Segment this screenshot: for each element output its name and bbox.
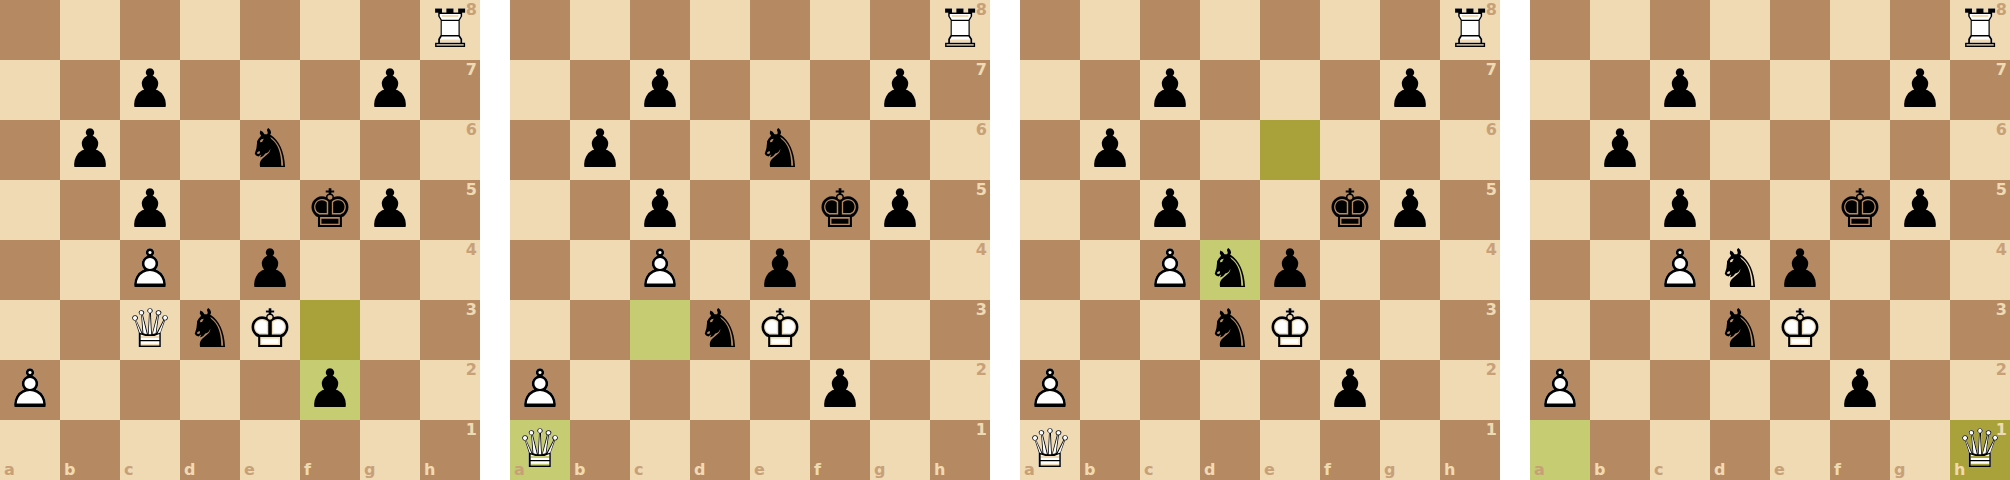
square-h3[interactable]: 3 bbox=[1950, 300, 2010, 360]
square-h5[interactable]: 5 bbox=[420, 180, 480, 240]
square-e7[interactable] bbox=[240, 60, 300, 120]
square-h6[interactable]: 6 bbox=[1950, 120, 2010, 180]
black-knight[interactable]: ♞ bbox=[750, 120, 810, 180]
square-f5[interactable]: ♚ bbox=[1830, 180, 1890, 240]
square-c8[interactable] bbox=[1140, 0, 1200, 60]
black-pawn[interactable]: ♟ bbox=[870, 180, 930, 240]
square-b7[interactable] bbox=[1080, 60, 1140, 120]
square-f1[interactable]: f bbox=[1830, 420, 1890, 480]
square-c3[interactable] bbox=[1140, 300, 1200, 360]
square-f7[interactable] bbox=[810, 60, 870, 120]
square-a8[interactable] bbox=[0, 0, 60, 60]
square-e1[interactable]: e bbox=[1260, 420, 1320, 480]
square-e4[interactable]: ♟ bbox=[1260, 240, 1320, 300]
black-knight[interactable]: ♞ bbox=[1200, 300, 1260, 360]
square-h6[interactable]: 6 bbox=[1440, 120, 1500, 180]
square-f8[interactable] bbox=[300, 0, 360, 60]
square-e6[interactable] bbox=[1260, 120, 1320, 180]
square-b7[interactable] bbox=[60, 60, 120, 120]
square-f5[interactable]: ♚ bbox=[810, 180, 870, 240]
square-g8[interactable] bbox=[870, 0, 930, 60]
black-king[interactable]: ♚ bbox=[300, 180, 360, 240]
square-c8[interactable] bbox=[120, 0, 180, 60]
square-f3[interactable] bbox=[810, 300, 870, 360]
square-c8[interactable] bbox=[630, 0, 690, 60]
square-d8[interactable] bbox=[1200, 0, 1260, 60]
square-h5[interactable]: 5 bbox=[1440, 180, 1500, 240]
square-g6[interactable] bbox=[1380, 120, 1440, 180]
square-g4[interactable] bbox=[870, 240, 930, 300]
white-pawn[interactable]: ♟♙ bbox=[0, 360, 60, 420]
black-pawn[interactable]: ♟ bbox=[630, 180, 690, 240]
square-e5[interactable] bbox=[240, 180, 300, 240]
black-pawn[interactable]: ♟ bbox=[750, 240, 810, 300]
square-g1[interactable]: g bbox=[360, 420, 420, 480]
black-king[interactable]: ♚ bbox=[810, 180, 870, 240]
square-e2[interactable] bbox=[1770, 360, 1830, 420]
square-g8[interactable] bbox=[360, 0, 420, 60]
square-h1[interactable]: ♛♕1h bbox=[1950, 420, 2010, 480]
square-h7[interactable]: 7 bbox=[1440, 60, 1500, 120]
square-h5[interactable]: 5 bbox=[930, 180, 990, 240]
white-king[interactable]: ♚♔ bbox=[1770, 300, 1830, 360]
square-b1[interactable]: b bbox=[570, 420, 630, 480]
square-c7[interactable]: ♟ bbox=[1140, 60, 1200, 120]
square-d1[interactable]: d bbox=[690, 420, 750, 480]
square-c6[interactable] bbox=[1140, 120, 1200, 180]
square-a4[interactable] bbox=[510, 240, 570, 300]
black-knight[interactable]: ♞ bbox=[240, 120, 300, 180]
square-c7[interactable]: ♟ bbox=[630, 60, 690, 120]
black-pawn[interactable]: ♟ bbox=[1590, 120, 1650, 180]
square-c3[interactable] bbox=[630, 300, 690, 360]
black-pawn[interactable]: ♟ bbox=[1140, 180, 1200, 240]
square-a1[interactable]: a bbox=[1530, 420, 1590, 480]
square-a3[interactable] bbox=[1530, 300, 1590, 360]
square-g5[interactable]: ♟ bbox=[360, 180, 420, 240]
square-a8[interactable] bbox=[510, 0, 570, 60]
square-d7[interactable] bbox=[1710, 60, 1770, 120]
square-c2[interactable] bbox=[120, 360, 180, 420]
square-f1[interactable]: f bbox=[810, 420, 870, 480]
square-b6[interactable]: ♟ bbox=[1080, 120, 1140, 180]
square-b4[interactable] bbox=[60, 240, 120, 300]
square-c4[interactable]: ♟♙ bbox=[120, 240, 180, 300]
square-b1[interactable]: b bbox=[1080, 420, 1140, 480]
square-c7[interactable]: ♟ bbox=[120, 60, 180, 120]
square-e4[interactable]: ♟ bbox=[240, 240, 300, 300]
square-b4[interactable] bbox=[1080, 240, 1140, 300]
square-b4[interactable] bbox=[570, 240, 630, 300]
square-h5[interactable]: 5 bbox=[1950, 180, 2010, 240]
square-e3[interactable]: ♚♔ bbox=[750, 300, 810, 360]
square-h7[interactable]: 7 bbox=[420, 60, 480, 120]
black-pawn[interactable]: ♟ bbox=[300, 360, 360, 420]
black-pawn[interactable]: ♟ bbox=[1890, 60, 1950, 120]
square-e5[interactable] bbox=[750, 180, 810, 240]
square-e1[interactable]: e bbox=[1770, 420, 1830, 480]
square-a7[interactable] bbox=[0, 60, 60, 120]
square-d1[interactable]: d bbox=[1710, 420, 1770, 480]
square-f7[interactable] bbox=[300, 60, 360, 120]
square-g3[interactable] bbox=[1380, 300, 1440, 360]
square-c6[interactable] bbox=[1650, 120, 1710, 180]
square-b4[interactable] bbox=[1590, 240, 1650, 300]
square-e3[interactable]: ♚♔ bbox=[1260, 300, 1320, 360]
square-a4[interactable] bbox=[0, 240, 60, 300]
square-e7[interactable] bbox=[1260, 60, 1320, 120]
square-d8[interactable] bbox=[690, 0, 750, 60]
square-e6[interactable]: ♞ bbox=[240, 120, 300, 180]
square-a2[interactable]: ♟♙ bbox=[0, 360, 60, 420]
square-h3[interactable]: 3 bbox=[930, 300, 990, 360]
square-a1[interactable]: ♛♕a bbox=[1020, 420, 1080, 480]
square-g8[interactable] bbox=[1380, 0, 1440, 60]
black-pawn[interactable]: ♟ bbox=[60, 120, 120, 180]
white-pawn[interactable]: ♟♙ bbox=[1020, 360, 1080, 420]
square-h8[interactable]: ♜♖8 bbox=[930, 0, 990, 60]
square-e2[interactable] bbox=[240, 360, 300, 420]
square-g7[interactable]: ♟ bbox=[870, 60, 930, 120]
square-c5[interactable]: ♟ bbox=[1140, 180, 1200, 240]
square-c3[interactable] bbox=[1650, 300, 1710, 360]
square-a6[interactable] bbox=[1020, 120, 1080, 180]
square-b3[interactable] bbox=[570, 300, 630, 360]
square-h2[interactable]: 2 bbox=[1950, 360, 2010, 420]
black-pawn[interactable]: ♟ bbox=[360, 180, 420, 240]
square-f2[interactable]: ♟ bbox=[1320, 360, 1380, 420]
square-g2[interactable] bbox=[1890, 360, 1950, 420]
black-pawn[interactable]: ♟ bbox=[1650, 180, 1710, 240]
square-c1[interactable]: c bbox=[630, 420, 690, 480]
square-f6[interactable] bbox=[810, 120, 870, 180]
square-g8[interactable] bbox=[1890, 0, 1950, 60]
square-f3[interactable] bbox=[300, 300, 360, 360]
white-pawn[interactable]: ♟♙ bbox=[510, 360, 570, 420]
square-h7[interactable]: 7 bbox=[1950, 60, 2010, 120]
white-pawn[interactable]: ♟♙ bbox=[630, 240, 690, 300]
square-f3[interactable] bbox=[1830, 300, 1890, 360]
square-g2[interactable] bbox=[870, 360, 930, 420]
square-d7[interactable] bbox=[1200, 60, 1260, 120]
black-pawn[interactable]: ♟ bbox=[1770, 240, 1830, 300]
square-f4[interactable] bbox=[810, 240, 870, 300]
square-b2[interactable] bbox=[570, 360, 630, 420]
square-b3[interactable] bbox=[60, 300, 120, 360]
black-king[interactable]: ♚ bbox=[1320, 180, 1380, 240]
black-pawn[interactable]: ♟ bbox=[1890, 180, 1950, 240]
square-c5[interactable]: ♟ bbox=[630, 180, 690, 240]
square-d2[interactable] bbox=[690, 360, 750, 420]
square-e4[interactable]: ♟ bbox=[1770, 240, 1830, 300]
square-f2[interactable]: ♟ bbox=[1830, 360, 1890, 420]
square-c6[interactable] bbox=[630, 120, 690, 180]
square-h4[interactable]: 4 bbox=[420, 240, 480, 300]
black-knight[interactable]: ♞ bbox=[180, 300, 240, 360]
square-e7[interactable] bbox=[750, 60, 810, 120]
square-c6[interactable] bbox=[120, 120, 180, 180]
square-c1[interactable]: c bbox=[120, 420, 180, 480]
square-a7[interactable] bbox=[1530, 60, 1590, 120]
square-a7[interactable] bbox=[510, 60, 570, 120]
square-d3[interactable]: ♞ bbox=[180, 300, 240, 360]
square-c1[interactable]: c bbox=[1650, 420, 1710, 480]
square-a7[interactable] bbox=[1020, 60, 1080, 120]
square-g3[interactable] bbox=[870, 300, 930, 360]
black-knight[interactable]: ♞ bbox=[1200, 240, 1260, 300]
white-queen[interactable]: ♛♕ bbox=[120, 300, 180, 360]
square-f7[interactable] bbox=[1830, 60, 1890, 120]
square-b3[interactable] bbox=[1080, 300, 1140, 360]
square-d2[interactable] bbox=[1200, 360, 1260, 420]
square-h1[interactable]: 1h bbox=[930, 420, 990, 480]
black-pawn[interactable]: ♟ bbox=[1650, 60, 1710, 120]
black-pawn[interactable]: ♟ bbox=[870, 60, 930, 120]
square-g7[interactable]: ♟ bbox=[360, 60, 420, 120]
square-h8[interactable]: ♜♖8 bbox=[420, 0, 480, 60]
square-d1[interactable]: d bbox=[180, 420, 240, 480]
square-b5[interactable] bbox=[1590, 180, 1650, 240]
square-c5[interactable]: ♟ bbox=[1650, 180, 1710, 240]
square-c4[interactable]: ♟♙ bbox=[1140, 240, 1200, 300]
square-h1[interactable]: 1h bbox=[1440, 420, 1500, 480]
square-h4[interactable]: 4 bbox=[1440, 240, 1500, 300]
square-c3[interactable]: ♛♕ bbox=[120, 300, 180, 360]
square-g6[interactable] bbox=[1890, 120, 1950, 180]
square-g4[interactable] bbox=[360, 240, 420, 300]
black-knight[interactable]: ♞ bbox=[1710, 240, 1770, 300]
square-a6[interactable] bbox=[510, 120, 570, 180]
black-pawn[interactable]: ♟ bbox=[1140, 60, 1200, 120]
square-f4[interactable] bbox=[1320, 240, 1380, 300]
square-a4[interactable] bbox=[1530, 240, 1590, 300]
square-e8[interactable] bbox=[1260, 0, 1320, 60]
square-h1[interactable]: 1h bbox=[420, 420, 480, 480]
black-pawn[interactable]: ♟ bbox=[1380, 180, 1440, 240]
square-h3[interactable]: 3 bbox=[420, 300, 480, 360]
square-f1[interactable]: f bbox=[1320, 420, 1380, 480]
square-a1[interactable]: ♛♕a bbox=[510, 420, 570, 480]
square-a6[interactable] bbox=[0, 120, 60, 180]
square-a8[interactable] bbox=[1020, 0, 1080, 60]
square-c4[interactable]: ♟♙ bbox=[1650, 240, 1710, 300]
square-e7[interactable] bbox=[1770, 60, 1830, 120]
square-b2[interactable] bbox=[1080, 360, 1140, 420]
white-pawn[interactable]: ♟♙ bbox=[1650, 240, 1710, 300]
square-e6[interactable] bbox=[1770, 120, 1830, 180]
white-king[interactable]: ♚♔ bbox=[750, 300, 810, 360]
square-c8[interactable] bbox=[1650, 0, 1710, 60]
black-king[interactable]: ♚ bbox=[1830, 180, 1890, 240]
square-h7[interactable]: 7 bbox=[930, 60, 990, 120]
square-d7[interactable] bbox=[690, 60, 750, 120]
square-b5[interactable] bbox=[570, 180, 630, 240]
black-pawn[interactable]: ♟ bbox=[1320, 360, 1380, 420]
square-f6[interactable] bbox=[300, 120, 360, 180]
square-g1[interactable]: g bbox=[1380, 420, 1440, 480]
square-g2[interactable] bbox=[1380, 360, 1440, 420]
square-g6[interactable] bbox=[870, 120, 930, 180]
black-pawn[interactable]: ♟ bbox=[1080, 120, 1140, 180]
square-f4[interactable] bbox=[300, 240, 360, 300]
square-g2[interactable] bbox=[360, 360, 420, 420]
square-b8[interactable] bbox=[570, 0, 630, 60]
square-b6[interactable]: ♟ bbox=[1590, 120, 1650, 180]
square-a5[interactable] bbox=[510, 180, 570, 240]
square-g5[interactable]: ♟ bbox=[1380, 180, 1440, 240]
square-a5[interactable] bbox=[1530, 180, 1590, 240]
square-a4[interactable] bbox=[1020, 240, 1080, 300]
square-h2[interactable]: 2 bbox=[420, 360, 480, 420]
square-h2[interactable]: 2 bbox=[930, 360, 990, 420]
square-b3[interactable] bbox=[1590, 300, 1650, 360]
square-a5[interactable] bbox=[0, 180, 60, 240]
square-d5[interactable] bbox=[1200, 180, 1260, 240]
square-e1[interactable]: e bbox=[240, 420, 300, 480]
square-d3[interactable]: ♞ bbox=[1710, 300, 1770, 360]
square-d4[interactable] bbox=[180, 240, 240, 300]
square-b8[interactable] bbox=[1080, 0, 1140, 60]
square-c4[interactable]: ♟♙ bbox=[630, 240, 690, 300]
black-knight[interactable]: ♞ bbox=[1710, 300, 1770, 360]
square-a2[interactable]: ♟♙ bbox=[1020, 360, 1080, 420]
square-h4[interactable]: 4 bbox=[1950, 240, 2010, 300]
square-b6[interactable]: ♟ bbox=[570, 120, 630, 180]
black-pawn[interactable]: ♟ bbox=[630, 60, 690, 120]
square-c5[interactable]: ♟ bbox=[120, 180, 180, 240]
square-d6[interactable] bbox=[690, 120, 750, 180]
black-knight[interactable]: ♞ bbox=[690, 300, 750, 360]
square-b2[interactable] bbox=[1590, 360, 1650, 420]
square-a8[interactable] bbox=[1530, 0, 1590, 60]
white-pawn[interactable]: ♟♙ bbox=[1140, 240, 1200, 300]
square-b5[interactable] bbox=[1080, 180, 1140, 240]
square-e8[interactable] bbox=[750, 0, 810, 60]
square-g1[interactable]: g bbox=[870, 420, 930, 480]
square-g4[interactable] bbox=[1890, 240, 1950, 300]
square-b7[interactable] bbox=[570, 60, 630, 120]
black-pawn[interactable]: ♟ bbox=[360, 60, 420, 120]
square-d6[interactable] bbox=[1710, 120, 1770, 180]
square-g7[interactable]: ♟ bbox=[1890, 60, 1950, 120]
square-d2[interactable] bbox=[180, 360, 240, 420]
square-b1[interactable]: b bbox=[1590, 420, 1650, 480]
square-g7[interactable]: ♟ bbox=[1380, 60, 1440, 120]
white-pawn[interactable]: ♟♙ bbox=[120, 240, 180, 300]
square-e2[interactable] bbox=[750, 360, 810, 420]
square-d5[interactable] bbox=[690, 180, 750, 240]
square-b2[interactable] bbox=[60, 360, 120, 420]
square-a5[interactable] bbox=[1020, 180, 1080, 240]
square-b6[interactable]: ♟ bbox=[60, 120, 120, 180]
square-e2[interactable] bbox=[1260, 360, 1320, 420]
square-h6[interactable]: 6 bbox=[930, 120, 990, 180]
square-f8[interactable] bbox=[810, 0, 870, 60]
square-e5[interactable] bbox=[1260, 180, 1320, 240]
square-d8[interactable] bbox=[1710, 0, 1770, 60]
square-a3[interactable] bbox=[0, 300, 60, 360]
square-a2[interactable]: ♟♙ bbox=[510, 360, 570, 420]
square-g1[interactable]: g bbox=[1890, 420, 1950, 480]
square-h4[interactable]: 4 bbox=[930, 240, 990, 300]
black-pawn[interactable]: ♟ bbox=[1830, 360, 1890, 420]
square-d8[interactable] bbox=[180, 0, 240, 60]
square-g5[interactable]: ♟ bbox=[870, 180, 930, 240]
square-a3[interactable] bbox=[510, 300, 570, 360]
square-g3[interactable] bbox=[360, 300, 420, 360]
square-b7[interactable] bbox=[1590, 60, 1650, 120]
square-f3[interactable] bbox=[1320, 300, 1380, 360]
square-c1[interactable]: c bbox=[1140, 420, 1200, 480]
square-e5[interactable] bbox=[1770, 180, 1830, 240]
black-pawn[interactable]: ♟ bbox=[120, 60, 180, 120]
square-g5[interactable]: ♟ bbox=[1890, 180, 1950, 240]
square-e3[interactable]: ♚♔ bbox=[240, 300, 300, 360]
square-d3[interactable]: ♞ bbox=[690, 300, 750, 360]
square-f6[interactable] bbox=[1320, 120, 1380, 180]
square-d5[interactable] bbox=[180, 180, 240, 240]
square-a1[interactable]: a bbox=[0, 420, 60, 480]
square-f6[interactable] bbox=[1830, 120, 1890, 180]
square-d3[interactable]: ♞ bbox=[1200, 300, 1260, 360]
square-f8[interactable] bbox=[1830, 0, 1890, 60]
square-f1[interactable]: f bbox=[300, 420, 360, 480]
square-d1[interactable]: d bbox=[1200, 420, 1260, 480]
square-f5[interactable]: ♚ bbox=[1320, 180, 1380, 240]
square-b5[interactable] bbox=[60, 180, 120, 240]
white-king[interactable]: ♚♔ bbox=[1260, 300, 1320, 360]
square-e4[interactable]: ♟ bbox=[750, 240, 810, 300]
square-d4[interactable] bbox=[690, 240, 750, 300]
square-e1[interactable]: e bbox=[750, 420, 810, 480]
square-e3[interactable]: ♚♔ bbox=[1770, 300, 1830, 360]
square-a6[interactable] bbox=[1530, 120, 1590, 180]
square-c7[interactable]: ♟ bbox=[1650, 60, 1710, 120]
square-h6[interactable]: 6 bbox=[420, 120, 480, 180]
square-d4[interactable]: ♞ bbox=[1710, 240, 1770, 300]
white-pawn[interactable]: ♟♙ bbox=[1530, 360, 1590, 420]
square-e8[interactable] bbox=[240, 0, 300, 60]
square-g4[interactable] bbox=[1380, 240, 1440, 300]
square-f8[interactable] bbox=[1320, 0, 1380, 60]
black-pawn[interactable]: ♟ bbox=[120, 180, 180, 240]
square-c2[interactable] bbox=[630, 360, 690, 420]
square-h8[interactable]: ♜♖8 bbox=[1440, 0, 1500, 60]
square-h2[interactable]: 2 bbox=[1440, 360, 1500, 420]
square-d7[interactable] bbox=[180, 60, 240, 120]
square-d6[interactable] bbox=[1200, 120, 1260, 180]
square-f4[interactable] bbox=[1830, 240, 1890, 300]
square-b8[interactable] bbox=[1590, 0, 1650, 60]
square-d2[interactable] bbox=[1710, 360, 1770, 420]
square-d6[interactable] bbox=[180, 120, 240, 180]
square-h3[interactable]: 3 bbox=[1440, 300, 1500, 360]
square-d5[interactable] bbox=[1710, 180, 1770, 240]
square-h8[interactable]: ♜♖8 bbox=[1950, 0, 2010, 60]
square-g3[interactable] bbox=[1890, 300, 1950, 360]
black-pawn[interactable]: ♟ bbox=[810, 360, 870, 420]
square-e8[interactable] bbox=[1770, 0, 1830, 60]
black-pawn[interactable]: ♟ bbox=[240, 240, 300, 300]
square-g6[interactable] bbox=[360, 120, 420, 180]
square-a3[interactable] bbox=[1020, 300, 1080, 360]
square-d4[interactable]: ♞ bbox=[1200, 240, 1260, 300]
square-f5[interactable]: ♚ bbox=[300, 180, 360, 240]
black-pawn[interactable]: ♟ bbox=[1260, 240, 1320, 300]
square-c2[interactable] bbox=[1650, 360, 1710, 420]
square-a2[interactable]: ♟♙ bbox=[1530, 360, 1590, 420]
square-b1[interactable]: b bbox=[60, 420, 120, 480]
